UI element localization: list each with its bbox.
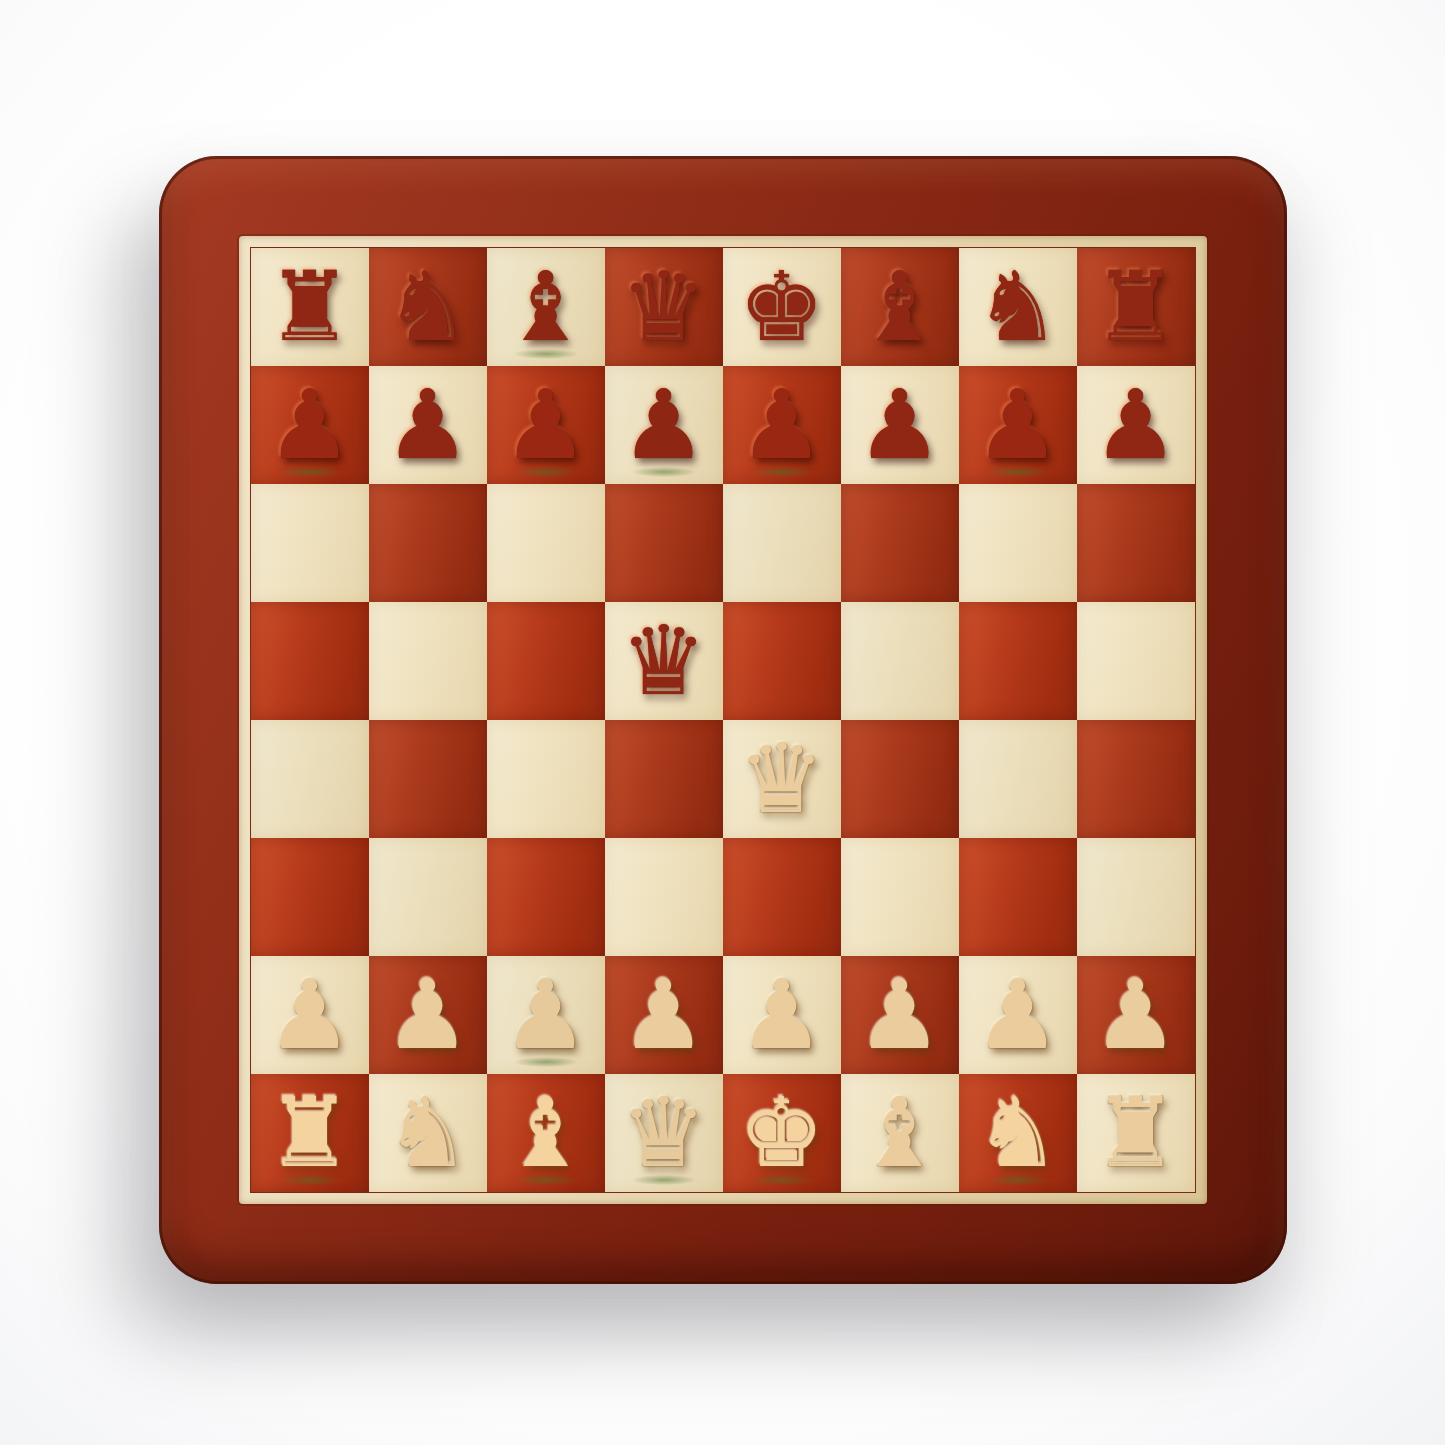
square-f4[interactable] [841,720,959,838]
piece-red-knight-b8[interactable]: ♞ [369,248,487,366]
square-b5[interactable] [369,602,487,720]
square-e3[interactable] [723,838,841,956]
piece-white-bishop-f1[interactable]: ♝ [841,1074,959,1192]
piece-white-queen-d1[interactable]: ♛ [605,1074,723,1192]
square-h1[interactable]: ♜ [1077,1074,1195,1192]
piece-red-pawn-g7[interactable]: ♟ [959,366,1077,484]
square-f3[interactable] [841,838,959,956]
square-h4[interactable] [1077,720,1195,838]
piece-red-knight-g8[interactable]: ♞ [959,248,1077,366]
square-h5[interactable] [1077,602,1195,720]
square-b4[interactable] [369,720,487,838]
piece-white-pawn-e2[interactable]: ♟ [723,956,841,1074]
piece-red-pawn-e7[interactable]: ♟ [723,366,841,484]
piece-red-pawn-d7[interactable]: ♟ [605,366,723,484]
square-c5[interactable] [487,602,605,720]
square-b3[interactable] [369,838,487,956]
square-h6[interactable] [1077,484,1195,602]
square-d3[interactable] [605,838,723,956]
square-e6[interactable] [723,484,841,602]
square-c2[interactable]: ♟ [487,956,605,1074]
square-f2[interactable]: ♟ [841,956,959,1074]
square-a1[interactable]: ♜ [251,1074,369,1192]
square-c8[interactable]: ♝ [487,248,605,366]
product-photo-scene: ♜♞♝♛♚♝♞♜♟♟♟♟♟♟♟♟♛♛♟♟♟♟♟♟♟♟♜♞♝♛♚♝♞♜ [0,0,1445,1445]
piece-red-rook-a8[interactable]: ♜ [251,248,369,366]
piece-red-queen-d8[interactable]: ♛ [605,248,723,366]
piece-red-bishop-f8[interactable]: ♝ [841,248,959,366]
piece-red-pawn-h7[interactable]: ♟ [1077,366,1195,484]
square-c6[interactable] [487,484,605,602]
square-g5[interactable] [959,602,1077,720]
square-a8[interactable]: ♜ [251,248,369,366]
piece-white-pawn-d2[interactable]: ♟ [605,956,723,1074]
piece-white-knight-g1[interactable]: ♞ [959,1074,1077,1192]
square-e5[interactable] [723,602,841,720]
square-h2[interactable]: ♟ [1077,956,1195,1074]
square-a4[interactable] [251,720,369,838]
square-d4[interactable] [605,720,723,838]
square-g1[interactable]: ♞ [959,1074,1077,1192]
square-g6[interactable] [959,484,1077,602]
square-e1[interactable]: ♚ [723,1074,841,1192]
square-e8[interactable]: ♚ [723,248,841,366]
square-d7[interactable]: ♟ [605,366,723,484]
square-b7[interactable]: ♟ [369,366,487,484]
square-f5[interactable] [841,602,959,720]
square-b8[interactable]: ♞ [369,248,487,366]
square-d2[interactable]: ♟ [605,956,723,1074]
square-f6[interactable] [841,484,959,602]
piece-white-queen-e4[interactable]: ♛ [723,720,841,838]
square-b6[interactable] [369,484,487,602]
square-a5[interactable] [251,602,369,720]
square-f1[interactable]: ♝ [841,1074,959,1192]
piece-red-pawn-a7[interactable]: ♟ [251,366,369,484]
board-inner-border: ♜♞♝♛♚♝♞♜♟♟♟♟♟♟♟♟♛♛♟♟♟♟♟♟♟♟♜♞♝♛♚♝♞♜ [239,236,1207,1204]
piece-white-knight-b1[interactable]: ♞ [369,1074,487,1192]
chess-board-frame: ♜♞♝♛♚♝♞♜♟♟♟♟♟♟♟♟♛♛♟♟♟♟♟♟♟♟♜♞♝♛♚♝♞♜ [159,156,1287,1284]
square-d5[interactable]: ♛ [605,602,723,720]
chess-board: ♜♞♝♛♚♝♞♜♟♟♟♟♟♟♟♟♛♛♟♟♟♟♟♟♟♟♜♞♝♛♚♝♞♜ [250,247,1196,1193]
piece-red-pawn-c7[interactable]: ♟ [487,366,605,484]
square-f8[interactable]: ♝ [841,248,959,366]
piece-white-rook-a1[interactable]: ♜ [251,1074,369,1192]
square-g3[interactable] [959,838,1077,956]
square-e4[interactable]: ♛ [723,720,841,838]
piece-white-pawn-b2[interactable]: ♟ [369,956,487,1074]
square-g2[interactable]: ♟ [959,956,1077,1074]
square-a3[interactable] [251,838,369,956]
square-h7[interactable]: ♟ [1077,366,1195,484]
piece-red-king-e8[interactable]: ♚ [723,248,841,366]
square-d8[interactable]: ♛ [605,248,723,366]
square-g4[interactable] [959,720,1077,838]
square-a2[interactable]: ♟ [251,956,369,1074]
square-g8[interactable]: ♞ [959,248,1077,366]
square-e2[interactable]: ♟ [723,956,841,1074]
piece-white-pawn-f2[interactable]: ♟ [841,956,959,1074]
square-e7[interactable]: ♟ [723,366,841,484]
square-f7[interactable]: ♟ [841,366,959,484]
square-a7[interactable]: ♟ [251,366,369,484]
piece-white-pawn-g2[interactable]: ♟ [959,956,1077,1074]
square-c3[interactable] [487,838,605,956]
square-b2[interactable]: ♟ [369,956,487,1074]
piece-red-pawn-f7[interactable]: ♟ [841,366,959,484]
piece-red-queen-d5[interactable]: ♛ [605,602,723,720]
square-d6[interactable] [605,484,723,602]
square-c4[interactable] [487,720,605,838]
square-h3[interactable] [1077,838,1195,956]
piece-red-bishop-c8[interactable]: ♝ [487,248,605,366]
piece-white-king-e1[interactable]: ♚ [723,1074,841,1192]
piece-white-pawn-h2[interactable]: ♟ [1077,956,1195,1074]
square-c7[interactable]: ♟ [487,366,605,484]
square-c1[interactable]: ♝ [487,1074,605,1192]
piece-white-pawn-a2[interactable]: ♟ [251,956,369,1074]
piece-white-bishop-c1[interactable]: ♝ [487,1074,605,1192]
square-d1[interactable]: ♛ [605,1074,723,1192]
square-b1[interactable]: ♞ [369,1074,487,1192]
square-h8[interactable]: ♜ [1077,248,1195,366]
piece-red-pawn-b7[interactable]: ♟ [369,366,487,484]
piece-white-rook-h1[interactable]: ♜ [1077,1074,1195,1192]
piece-white-pawn-c2[interactable]: ♟ [487,956,605,1074]
square-g7[interactable]: ♟ [959,366,1077,484]
piece-red-rook-h8[interactable]: ♜ [1077,248,1195,366]
square-a6[interactable] [251,484,369,602]
